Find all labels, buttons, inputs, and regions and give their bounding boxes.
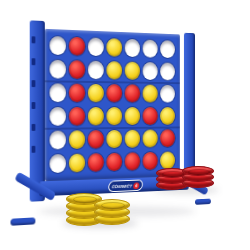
cell-r5c2 [68, 128, 87, 152]
rail-notch [32, 146, 36, 153]
empty-hole [49, 60, 66, 79]
empty-hole [160, 85, 175, 103]
yellow-disc-stack [94, 190, 130, 226]
cell-r6c1 [49, 152, 68, 176]
yellow-disc [69, 154, 85, 173]
yellow-disc [106, 107, 122, 125]
cell-r4c4 [106, 105, 124, 128]
yellow-disc [106, 61, 122, 79]
cell-r3c1 [49, 81, 68, 105]
yellow-disc [125, 130, 140, 148]
yellow-disc [94, 199, 130, 211]
empty-hole [49, 83, 66, 102]
cell-r5c4 [106, 128, 124, 151]
cell-r2c5 [124, 60, 142, 83]
empty-hole [88, 61, 104, 80]
rail-notch [32, 36, 36, 43]
yellow-disc-tray [66, 190, 134, 226]
cell-r4c6 [142, 105, 160, 128]
cell-r3c2 [68, 82, 87, 106]
cell-r3c4 [106, 82, 124, 105]
disc-emboss-ring [188, 169, 209, 175]
board-left-rail [30, 20, 45, 201]
cell-r2c3 [87, 59, 106, 82]
cell-r2c1 [49, 58, 68, 82]
rail-notch [32, 102, 36, 109]
cell-r4c3 [87, 105, 106, 128]
cell-r5c1 [49, 129, 68, 153]
empty-hole [49, 36, 66, 55]
cell-r2c6 [142, 60, 160, 83]
red-disc [182, 166, 214, 176]
cell-r3c7 [159, 83, 176, 105]
yellow-disc [143, 85, 158, 103]
yellow-disc [106, 38, 122, 57]
cell-r2c7 [159, 61, 176, 84]
yellow-disc [125, 62, 140, 80]
yellow-disc [106, 130, 122, 148]
yellow-disc [88, 107, 104, 125]
rail-notch [32, 124, 36, 131]
board-left-foot-pad [11, 217, 36, 225]
red-disc [143, 107, 158, 125]
red-disc [106, 84, 122, 102]
rail-notch [32, 80, 36, 87]
red-disc-tray [156, 166, 216, 190]
rail-notch [32, 58, 36, 65]
empty-hole [160, 62, 175, 80]
cell-r2c4 [106, 59, 124, 82]
empty-hole [49, 131, 66, 150]
product-photo: CONNECT 4 [0, 0, 250, 250]
cell-r4c7 [159, 105, 176, 127]
yellow-disc [143, 130, 158, 148]
cell-r4c5 [124, 105, 142, 128]
cell-r5c5 [124, 128, 142, 151]
disc-emboss-ring [101, 202, 125, 209]
empty-hole [88, 37, 104, 56]
empty-hole [143, 62, 158, 80]
yellow-disc [125, 107, 140, 125]
empty-hole [125, 39, 140, 57]
cell-r1c3 [87, 35, 106, 59]
red-disc [69, 60, 85, 79]
cell-r3c5 [124, 82, 142, 105]
yellow-disc [69, 130, 85, 149]
disc-emboss-ring [162, 171, 183, 177]
cell-r6c3 [87, 151, 106, 175]
cell-r6c5 [124, 150, 142, 173]
cell-r3c3 [87, 82, 106, 105]
red-disc [88, 130, 104, 149]
cell-r1c5 [124, 37, 142, 60]
yellow-disc [160, 107, 175, 125]
cell-r1c1 [49, 34, 68, 58]
cell-r5c7 [159, 127, 176, 150]
red-disc-stack [182, 166, 214, 190]
red-disc [69, 84, 85, 103]
logo-four-badge: 4 [133, 182, 140, 189]
cell-r6c2 [68, 152, 87, 176]
cell-r1c7 [159, 38, 176, 61]
logo-text: CONNECT [112, 183, 133, 189]
cell-r3c6 [142, 83, 160, 106]
red-disc [69, 107, 85, 126]
empty-hole [160, 40, 175, 58]
cell-r1c4 [106, 36, 124, 59]
cell-r5c6 [142, 128, 160, 151]
cell-r5c3 [87, 128, 106, 151]
red-disc [69, 37, 85, 56]
red-disc [88, 153, 104, 172]
board-grid [49, 34, 177, 176]
cell-r4c1 [49, 105, 68, 129]
red-disc [106, 153, 122, 172]
cell-r4c2 [68, 105, 87, 128]
cell-r1c6 [142, 38, 160, 61]
yellow-disc [88, 84, 104, 102]
cell-r1c2 [68, 35, 87, 59]
red-disc [125, 152, 140, 170]
red-disc [125, 84, 140, 102]
cell-r6c4 [106, 151, 124, 174]
board-right-foot-pad [195, 199, 211, 205]
board-panel [45, 29, 180, 181]
board-right-rail [184, 33, 195, 187]
empty-hole [49, 154, 66, 173]
empty-hole [143, 39, 158, 57]
cell-r2c2 [68, 58, 87, 82]
empty-hole [49, 107, 66, 126]
red-disc [160, 129, 175, 147]
